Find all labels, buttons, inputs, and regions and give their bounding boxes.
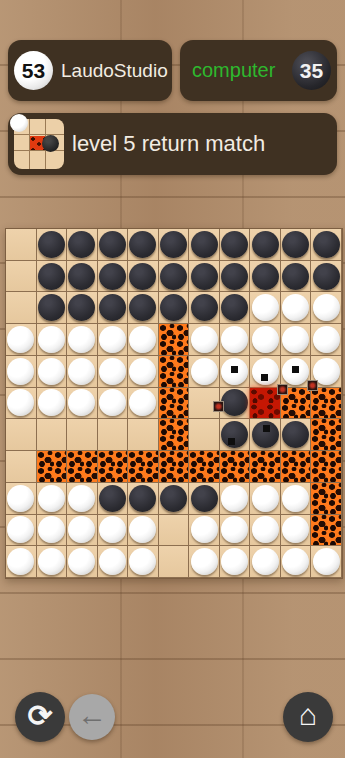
- board-cell: [67, 229, 98, 261]
- board-cell: [159, 483, 190, 515]
- board-cell: [6, 324, 37, 356]
- board-cell: [37, 324, 68, 356]
- board-cell: [37, 483, 68, 515]
- board-cell: [189, 261, 220, 293]
- restart-icon: ⟳: [27, 701, 52, 731]
- white-disc: [38, 548, 65, 575]
- home-icon: ⌂: [299, 700, 317, 730]
- board-cell: [220, 546, 251, 578]
- white-disc: [252, 294, 279, 321]
- white-disc: [221, 548, 248, 575]
- board-cell: [67, 292, 98, 324]
- white-disc: [7, 548, 34, 575]
- lava-cell: [159, 419, 190, 451]
- board-cell: [159, 229, 190, 261]
- black-disc: [99, 485, 126, 512]
- board-cell: [67, 546, 98, 578]
- board-cell: [311, 261, 342, 293]
- white-disc: [191, 326, 218, 353]
- lava-cell: [159, 356, 190, 388]
- board-cell: [281, 419, 312, 451]
- black-disc: [129, 294, 156, 321]
- lava-cell: [159, 324, 190, 356]
- flip-marker-icon: [263, 425, 270, 432]
- black-disc: [129, 231, 156, 258]
- board-cell: [98, 261, 129, 293]
- board-cell: [6, 483, 37, 515]
- board-cell: [67, 324, 98, 356]
- white-disc: [68, 548, 95, 575]
- board-cell[interactable]: [6, 229, 37, 261]
- white-disc: [99, 358, 126, 385]
- lava-cell: [311, 388, 342, 420]
- board-cell: [189, 483, 220, 515]
- board-cell: [281, 483, 312, 515]
- board-cell: [37, 261, 68, 293]
- white-player-name: LaudoStudio: [61, 40, 168, 101]
- black-disc: [129, 485, 156, 512]
- board-cell: [250, 229, 281, 261]
- white-disc: [313, 294, 340, 321]
- white-disc: [38, 358, 65, 385]
- board-cell: [250, 515, 281, 547]
- white-disc: [68, 485, 95, 512]
- board-cell[interactable]: [6, 292, 37, 324]
- white-disc: [68, 358, 95, 385]
- board-cell: [67, 483, 98, 515]
- white-disc: [99, 516, 126, 543]
- board-cell: [128, 356, 159, 388]
- lava-cell: [220, 451, 251, 483]
- board-cell: [311, 229, 342, 261]
- black-disc: [191, 485, 218, 512]
- board-cell: [189, 546, 220, 578]
- board-cell: [98, 292, 129, 324]
- restart-button[interactable]: ⟳: [15, 692, 65, 742]
- white-disc: [191, 516, 218, 543]
- black-disc: [160, 263, 187, 290]
- white-disc: [129, 389, 156, 416]
- white-disc: [129, 516, 156, 543]
- lava-cell: [281, 451, 312, 483]
- white-disc: [129, 548, 156, 575]
- board-cell[interactable]: [98, 419, 129, 451]
- lava-cell: [311, 451, 342, 483]
- board-cell: [220, 292, 251, 324]
- flip-marker-icon: [231, 366, 238, 373]
- black-disc: [221, 389, 248, 416]
- white-disc: [313, 548, 340, 575]
- board-cell: [98, 388, 129, 420]
- board-cell: [189, 324, 220, 356]
- board-cell[interactable]: [6, 451, 37, 483]
- black-disc: [38, 263, 65, 290]
- black-disc: [282, 421, 309, 448]
- board-cell: [220, 356, 251, 388]
- lava-cell: [37, 451, 68, 483]
- white-disc: [252, 548, 279, 575]
- lava-cell: [159, 388, 190, 420]
- black-disc: [282, 231, 309, 258]
- white-disc: [282, 516, 309, 543]
- board-cell: [67, 515, 98, 547]
- white-disc: [129, 358, 156, 385]
- board-cell: [220, 419, 251, 451]
- board-cell: [98, 229, 129, 261]
- flip-marker-icon: [261, 374, 268, 381]
- white-player-panel: 53 LaudoStudio: [8, 40, 172, 101]
- board-cell: [37, 388, 68, 420]
- black-disc: [160, 294, 187, 321]
- white-disc: [7, 389, 34, 416]
- white-disc: [221, 485, 248, 512]
- mini-black-disc-icon: [42, 135, 59, 152]
- board-cell: [250, 483, 281, 515]
- black-disc: [221, 294, 248, 321]
- mini-white-disc-icon: [10, 114, 28, 132]
- lava-cell: [250, 451, 281, 483]
- black-disc: [38, 294, 65, 321]
- spark-icon: [213, 401, 224, 412]
- white-disc: [252, 485, 279, 512]
- black-disc: [99, 294, 126, 321]
- white-disc: [7, 485, 34, 512]
- board-cell: [311, 356, 342, 388]
- white-disc: [221, 326, 248, 353]
- board-cell: [220, 324, 251, 356]
- board-cell: [128, 324, 159, 356]
- black-disc: [252, 231, 279, 258]
- board-cell: [159, 292, 190, 324]
- white-disc: [68, 326, 95, 353]
- white-disc: [282, 485, 309, 512]
- black-disc: [191, 231, 218, 258]
- board-cell[interactable]: [159, 546, 190, 578]
- black-disc: [191, 294, 218, 321]
- white-disc: [68, 516, 95, 543]
- undo-arrow-icon: ←: [77, 700, 107, 730]
- board-cell: [98, 546, 129, 578]
- white-disc: [68, 389, 95, 416]
- black-disc-score-ball: 35: [292, 51, 331, 90]
- board-cell: [250, 324, 281, 356]
- black-disc: [129, 263, 156, 290]
- flip-marker-icon: [292, 366, 299, 373]
- black-disc: [160, 231, 187, 258]
- white-disc: [129, 326, 156, 353]
- board-cell: [37, 546, 68, 578]
- white-disc-score-ball: 53: [14, 51, 53, 90]
- board-cell[interactable]: [67, 419, 98, 451]
- lava-cell: [311, 515, 342, 547]
- black-disc: [99, 263, 126, 290]
- white-disc: [99, 548, 126, 575]
- white-disc: [191, 358, 218, 385]
- board-cell: [37, 229, 68, 261]
- board-cell: [281, 324, 312, 356]
- white-disc: [282, 326, 309, 353]
- board-cell: [67, 388, 98, 420]
- white-disc: [252, 326, 279, 353]
- board-cell: [37, 356, 68, 388]
- board-cell: [189, 292, 220, 324]
- board-cell[interactable]: [128, 419, 159, 451]
- white-disc: [252, 516, 279, 543]
- white-disc: [7, 358, 34, 385]
- board-cell: [220, 261, 251, 293]
- board-cell: [250, 292, 281, 324]
- board-cell: [98, 515, 129, 547]
- lava-cell: [98, 451, 129, 483]
- board-cell: [220, 483, 251, 515]
- black-player-panel: computer 35: [180, 40, 337, 101]
- board-cell[interactable]: [159, 515, 190, 547]
- board-cell: [128, 292, 159, 324]
- white-disc: [99, 389, 126, 416]
- white-disc: [282, 548, 309, 575]
- mini-board-icon: [14, 119, 64, 169]
- white-disc: [191, 548, 218, 575]
- undo-button[interactable]: ←: [69, 694, 115, 740]
- board-cell: [281, 546, 312, 578]
- white-disc: [38, 485, 65, 512]
- board-cell: [128, 515, 159, 547]
- board-cell: [6, 388, 37, 420]
- board-cell: [6, 515, 37, 547]
- black-disc: [68, 263, 95, 290]
- board-cell: [6, 356, 37, 388]
- white-disc: [38, 516, 65, 543]
- board-cell: [250, 419, 281, 451]
- board-cell[interactable]: [189, 419, 220, 451]
- board-cell: [250, 261, 281, 293]
- lava-cell: [128, 451, 159, 483]
- game-board: [5, 228, 343, 579]
- white-disc: [38, 389, 65, 416]
- board-cell: [311, 546, 342, 578]
- board-cell: [220, 515, 251, 547]
- black-disc: [221, 263, 248, 290]
- level-banner: level 5 return match: [8, 113, 337, 175]
- board-cell[interactable]: [6, 261, 37, 293]
- board-cell: [128, 483, 159, 515]
- board-cell: [281, 229, 312, 261]
- board-cell: [311, 292, 342, 324]
- board-cell: [189, 515, 220, 547]
- board-cell: [281, 515, 312, 547]
- lava-cell: [311, 483, 342, 515]
- lava-cell: [67, 451, 98, 483]
- black-score: 35: [300, 59, 323, 83]
- board-cell: [98, 324, 129, 356]
- black-disc: [160, 485, 187, 512]
- board-cell: [220, 229, 251, 261]
- board-cell: [37, 292, 68, 324]
- black-disc: [191, 263, 218, 290]
- white-disc: [99, 326, 126, 353]
- board-cell: [189, 356, 220, 388]
- lava-cell: [159, 451, 190, 483]
- black-disc: [68, 294, 95, 321]
- board-cell: [6, 546, 37, 578]
- white-score: 53: [22, 59, 45, 83]
- lava-cell: [189, 451, 220, 483]
- board-cell: [128, 546, 159, 578]
- home-button[interactable]: ⌂: [283, 692, 333, 742]
- board-cell: [37, 515, 68, 547]
- spark-icon: [277, 384, 288, 395]
- black-disc: [38, 231, 65, 258]
- black-disc: [68, 231, 95, 258]
- board-cell: [98, 483, 129, 515]
- board-cell: [128, 388, 159, 420]
- board-cell: [281, 261, 312, 293]
- white-disc: [221, 516, 248, 543]
- black-disc: [252, 263, 279, 290]
- board-cell: [281, 292, 312, 324]
- board-cell: [189, 229, 220, 261]
- black-disc: [282, 263, 309, 290]
- banner-text: level 5 return match: [72, 113, 265, 175]
- board-cell: [67, 356, 98, 388]
- board-cell: [250, 546, 281, 578]
- board-cell[interactable]: [37, 419, 68, 451]
- black-disc: [221, 231, 248, 258]
- board-cell: [67, 261, 98, 293]
- computer-label: computer: [192, 40, 275, 101]
- white-disc: [313, 326, 340, 353]
- black-disc: [313, 231, 340, 258]
- board-cell: [220, 388, 251, 420]
- board-cell: [128, 261, 159, 293]
- black-disc: [313, 263, 340, 290]
- white-disc: [7, 516, 34, 543]
- board-cell: [159, 261, 190, 293]
- board-cell[interactable]: [6, 419, 37, 451]
- white-disc: [38, 326, 65, 353]
- lava-cell: [311, 419, 342, 451]
- board-cell: [311, 324, 342, 356]
- white-disc: [282, 294, 309, 321]
- flip-marker-icon: [228, 438, 235, 445]
- white-disc: [7, 326, 34, 353]
- board-cell: [128, 229, 159, 261]
- lava-cell: [281, 388, 312, 420]
- board-cell[interactable]: [189, 388, 220, 420]
- black-disc: [99, 231, 126, 258]
- board-cell: [98, 356, 129, 388]
- spark-icon: [307, 380, 318, 391]
